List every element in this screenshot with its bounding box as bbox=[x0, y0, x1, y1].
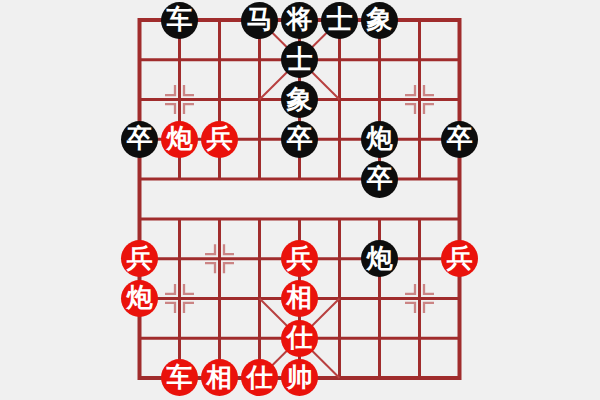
piece-black-advisor[interactable]: 士 bbox=[281, 41, 318, 78]
piece-red-soldier[interactable]: 兵 bbox=[121, 240, 158, 277]
piece-red-chariot[interactable]: 车 bbox=[161, 359, 198, 396]
piece-black-elephant[interactable]: 象 bbox=[361, 2, 398, 39]
piece-red-soldier[interactable]: 兵 bbox=[201, 121, 238, 158]
xiangqi-board: 车马将士象士象卒卒炮卒卒炮炮兵兵兵兵炮相仕车相仕帅 bbox=[0, 0, 600, 400]
piece-red-general[interactable]: 帅 bbox=[281, 359, 318, 396]
piece-red-advisor[interactable]: 仕 bbox=[241, 359, 278, 396]
piece-black-general[interactable]: 将 bbox=[281, 2, 318, 39]
piece-red-cannon[interactable]: 炮 bbox=[121, 280, 158, 317]
piece-black-horse[interactable]: 马 bbox=[241, 2, 278, 39]
piece-black-elephant[interactable]: 象 bbox=[281, 81, 318, 118]
piece-red-soldier[interactable]: 兵 bbox=[441, 240, 478, 277]
piece-black-soldier[interactable]: 卒 bbox=[441, 121, 478, 158]
piece-black-cannon[interactable]: 炮 bbox=[361, 121, 398, 158]
piece-black-chariot[interactable]: 车 bbox=[161, 2, 198, 39]
piece-red-elephant[interactable]: 相 bbox=[201, 359, 238, 396]
pieces-layer: 车马将士象士象卒卒炮卒卒炮炮兵兵兵兵炮相仕车相仕帅 bbox=[120, 0, 480, 398]
piece-red-cannon[interactable]: 炮 bbox=[161, 121, 198, 158]
piece-red-soldier[interactable]: 兵 bbox=[281, 240, 318, 277]
piece-black-advisor[interactable]: 士 bbox=[321, 2, 358, 39]
piece-red-elephant[interactable]: 相 bbox=[281, 280, 318, 317]
piece-black-soldier[interactable]: 卒 bbox=[281, 121, 318, 158]
piece-red-advisor[interactable]: 仕 bbox=[281, 320, 318, 357]
piece-black-soldier[interactable]: 卒 bbox=[121, 121, 158, 158]
piece-black-cannon[interactable]: 炮 bbox=[361, 240, 398, 277]
piece-black-soldier[interactable]: 卒 bbox=[361, 161, 398, 198]
